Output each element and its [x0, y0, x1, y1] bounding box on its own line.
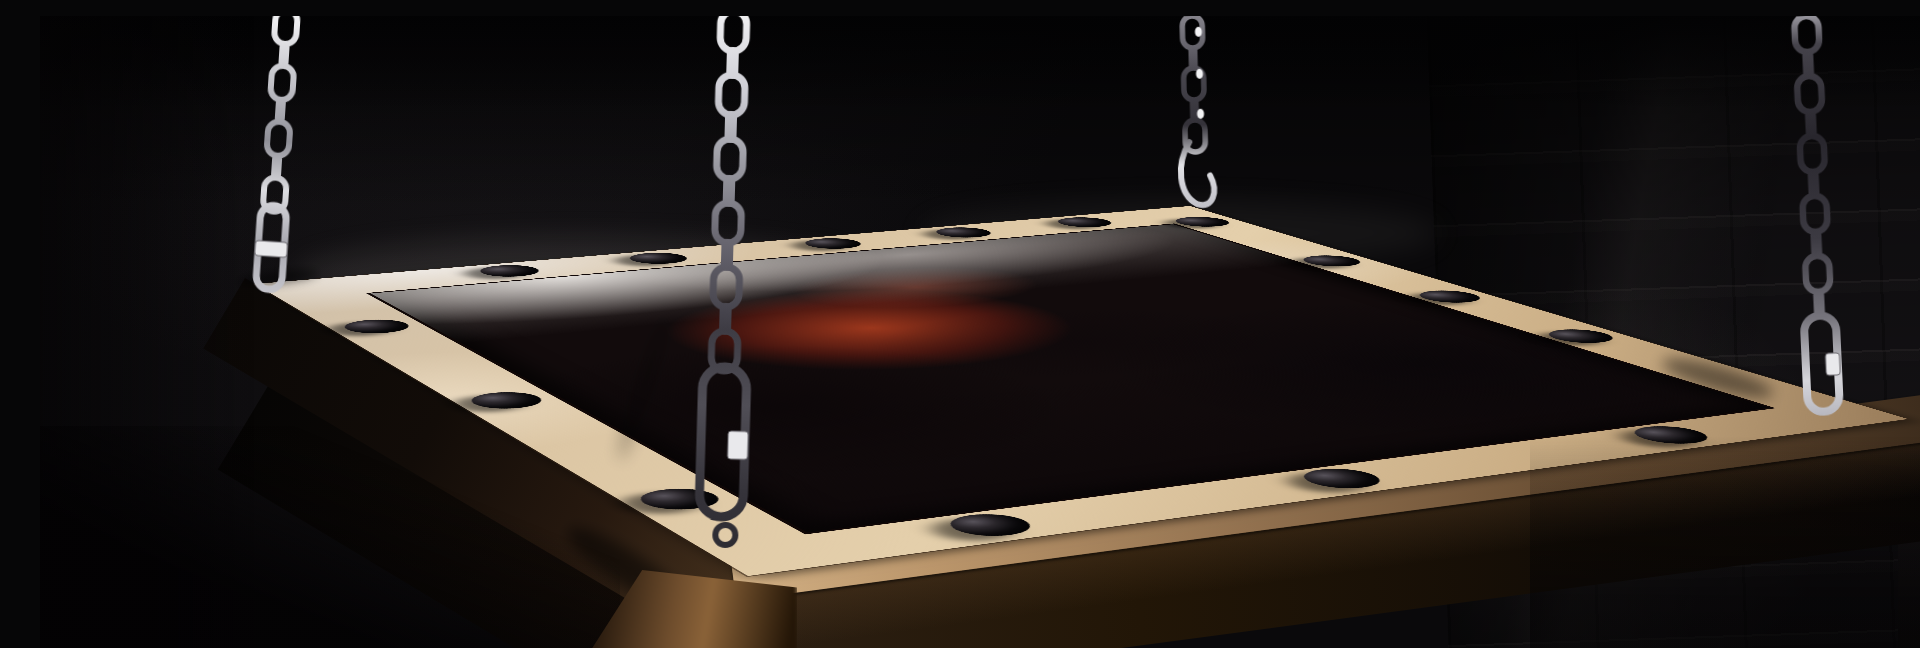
frame-stud — [796, 237, 871, 251]
frame-stud — [1048, 216, 1121, 229]
frame-stud — [1620, 423, 1722, 446]
frame-stud — [621, 251, 696, 266]
frame-stud — [1289, 466, 1395, 492]
hanging-chain-back — [1166, 16, 1225, 215]
hanging-chain-front — [689, 16, 782, 560]
frame-stud — [927, 226, 1001, 239]
frame-stud — [336, 318, 418, 336]
photo-scene: An empty red and black checkerboard set … — [40, 16, 1920, 648]
frame-stud — [461, 390, 552, 412]
frame-stud — [471, 263, 547, 278]
